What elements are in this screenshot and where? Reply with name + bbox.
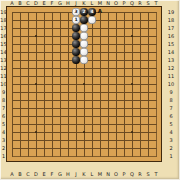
coord-label-column: O (114, 1, 118, 6)
black-stone-j15 (72, 40, 79, 47)
coord-label-column: L (91, 1, 94, 6)
coord-label-row: 10 (0, 82, 6, 87)
coord-label-column: T (154, 172, 157, 177)
star-point (83, 131, 85, 133)
coord-label-row: 16 (0, 34, 6, 39)
coord-label-column: M (98, 172, 102, 177)
coord-label-row: 9 (2, 90, 5, 95)
coord-label-row: 13 (168, 58, 174, 63)
coord-label-row: 15 (168, 42, 174, 47)
white-stone-k17 (80, 24, 87, 31)
coord-label-column: C (26, 1, 30, 6)
coord-label-row: 8 (169, 98, 172, 103)
move-number: 2 (82, 10, 85, 15)
star-point (131, 35, 133, 37)
coord-label-row: 6 (169, 114, 172, 119)
coordinates-top: ABCDEFGHJKLMNOPQRST (8, 0, 160, 7)
coord-label-column: P (122, 172, 125, 177)
coord-label-row: 17 (168, 26, 174, 31)
coord-label-column: Q (130, 172, 134, 177)
coord-label-column: T (154, 1, 157, 6)
coord-label-column: B (18, 1, 21, 6)
coord-label-row: 12 (168, 66, 174, 71)
coord-label-row: 19 (0, 10, 6, 15)
coord-label-row: 7 (2, 106, 5, 111)
coord-label-row: 12 (0, 66, 6, 71)
board-grid: 3241A (8, 8, 160, 160)
coordinates-bottom: ABCDEFGHJKLMNOPQRST (8, 169, 160, 179)
star-point (131, 131, 133, 133)
coord-label-row: 1 (2, 154, 5, 159)
white-stone-k13 (80, 56, 87, 63)
black-stone-j16 (72, 32, 79, 39)
coord-label-column: O (114, 172, 118, 177)
coord-label-column: D (34, 1, 38, 6)
coord-label-column: E (42, 1, 45, 6)
star-point (131, 83, 133, 85)
coord-label-column: D (34, 172, 38, 177)
coord-label-column: G (58, 1, 62, 6)
coord-label-column: H (66, 172, 70, 177)
coord-label-column: J (75, 172, 76, 177)
coord-label-column: P (122, 1, 125, 6)
coordinates-right: 19181716151413121110987654321 (164, 8, 178, 160)
coord-label-column: H (66, 1, 70, 6)
coord-label-row: 4 (169, 130, 172, 135)
coord-label-column: E (42, 172, 45, 177)
coord-label-column: K (82, 1, 85, 6)
coord-label-row: 7 (169, 106, 172, 111)
move-number: 4 (90, 10, 93, 15)
black-stone-j13 (72, 56, 79, 63)
coord-label-column: R (138, 172, 141, 177)
coord-label-row: 6 (2, 114, 5, 119)
point-label-a: A (98, 9, 102, 15)
coord-label-row: 1 (169, 154, 172, 159)
coord-label-column: L (91, 172, 94, 177)
coord-label-column: A (10, 172, 13, 177)
star-point (35, 131, 37, 133)
coordinates-left: 19181716151413121110987654321 (0, 8, 7, 160)
coord-label-column: B (18, 172, 21, 177)
coord-label-row: 11 (168, 74, 174, 79)
coord-label-row: 18 (168, 18, 174, 23)
coord-label-column: K (82, 172, 85, 177)
coord-label-row: 14 (168, 50, 174, 55)
white-stone-l18 (88, 16, 95, 23)
coord-label-row: 5 (169, 122, 172, 127)
go-diagram: ABCDEFGHJKLMNOPQRST ABCDEFGHJKLMNOPQRST … (0, 0, 180, 180)
white-stone-k16 (80, 32, 87, 39)
coord-label-column: F (51, 1, 54, 6)
black-stone-k18 (80, 16, 87, 23)
move-number: 3 (74, 10, 77, 15)
coord-label-column: Q (130, 1, 134, 6)
coord-label-column: R (138, 1, 141, 6)
go-board[interactable]: 3241A (7, 7, 161, 161)
coord-label-row: 18 (0, 18, 6, 23)
coord-label-column: M (98, 1, 102, 6)
coord-label-row: 3 (169, 138, 172, 143)
black-stone-j17 (72, 24, 79, 31)
white-stone-k14 (80, 48, 87, 55)
white-stone-k15 (80, 40, 87, 47)
coord-label-column: C (26, 172, 30, 177)
white-stone-j19: 3 (72, 8, 79, 15)
coord-label-row: 2 (169, 146, 172, 151)
coord-label-row: 11 (0, 74, 6, 79)
white-stone-j18: 1 (72, 16, 79, 23)
coord-label-column: N (106, 1, 110, 6)
move-number: 1 (74, 18, 77, 23)
coord-label-column: F (51, 172, 54, 177)
coord-label-column: S (146, 1, 149, 6)
coord-label-row: 17 (0, 26, 6, 31)
coord-label-row: 2 (2, 146, 5, 151)
black-stone-j14 (72, 48, 79, 55)
coord-label-row: 14 (0, 50, 6, 55)
black-stone-k19: 2 (80, 8, 87, 15)
coord-label-row: 15 (0, 42, 6, 47)
coord-label-column: N (106, 172, 110, 177)
black-stone-l19: 4 (88, 8, 95, 15)
star-point (35, 83, 37, 85)
coord-label-column: S (146, 172, 149, 177)
coord-label-row: 9 (169, 90, 172, 95)
coord-label-row: 10 (168, 82, 174, 87)
star-point (83, 83, 85, 85)
coord-label-row: 19 (168, 10, 174, 15)
coord-label-column: G (58, 172, 62, 177)
star-point (35, 35, 37, 37)
coord-label-row: 8 (2, 98, 5, 103)
coord-label-row: 16 (168, 34, 174, 39)
coord-label-column: J (75, 1, 76, 6)
coord-label-row: 5 (2, 122, 5, 127)
coord-label-column: A (10, 1, 13, 6)
coord-label-row: 13 (0, 58, 6, 63)
coord-label-row: 4 (2, 130, 5, 135)
coord-label-row: 3 (2, 138, 5, 143)
